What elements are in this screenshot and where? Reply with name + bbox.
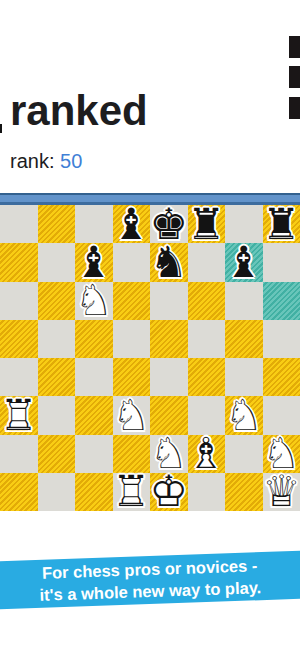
rank-line: rank: 50 <box>10 150 82 173</box>
square-r1c3[interactable] <box>113 243 151 281</box>
square-r5c0[interactable]: ♜♖ <box>0 396 38 434</box>
square-r1c4[interactable]: ♞ <box>150 243 188 281</box>
square-r3c4[interactable] <box>150 320 188 358</box>
square-r7c1[interactable] <box>38 473 76 511</box>
chess-board[interactable]: ♝♚♜♜♝♞♝♞♘♜♖♞♘♞♘♞♘♝♗♞♘♜♖♚♔♛♕ <box>0 205 300 511</box>
square-r1c5[interactable] <box>188 243 226 281</box>
next-screenshot-edge-bar <box>289 97 300 119</box>
page-title: ranked <box>10 88 148 134</box>
white-bishop-outline-glyph: ♗ <box>188 435 225 473</box>
square-r3c1[interactable] <box>38 320 76 358</box>
square-r0c0[interactable] <box>0 205 38 243</box>
white-rook[interactable]: ♜♖ <box>0 396 37 434</box>
square-r7c3[interactable]: ♜♖ <box>113 473 151 511</box>
square-r6c0[interactable] <box>0 435 38 473</box>
white-knight-outline-glyph: ♘ <box>113 396 150 434</box>
white-queen[interactable]: ♛♕ <box>263 473 300 511</box>
black-bishop-glyph: ♝ <box>113 205 150 243</box>
square-r2c7-highlight[interactable] <box>263 282 301 320</box>
black-rook-glyph: ♜ <box>188 205 225 243</box>
square-r2c2[interactable]: ♞♘ <box>75 282 113 320</box>
square-r5c2[interactable] <box>75 396 113 434</box>
black-knight-glyph: ♞ <box>150 243 187 281</box>
square-r2c5[interactable] <box>188 282 226 320</box>
next-screenshot-edge-bar <box>289 36 300 58</box>
black-knight[interactable]: ♞ <box>150 243 187 281</box>
square-r7c7[interactable]: ♛♕ <box>263 473 301 511</box>
black-bishop[interactable]: ♝ <box>225 243 262 281</box>
square-r7c4[interactable]: ♚♔ <box>150 473 188 511</box>
square-r0c7[interactable]: ♜ <box>263 205 301 243</box>
black-bishop[interactable]: ♝ <box>113 205 150 243</box>
square-r6c5[interactable]: ♝♗ <box>188 435 226 473</box>
square-r4c4[interactable] <box>150 358 188 396</box>
white-rook[interactable]: ♜♖ <box>113 473 150 511</box>
square-r0c3[interactable]: ♝ <box>113 205 151 243</box>
white-rook-outline-glyph: ♖ <box>0 396 37 434</box>
white-king-outline-glyph: ♔ <box>150 473 187 511</box>
square-r2c1[interactable] <box>38 282 76 320</box>
square-r1c0[interactable] <box>0 243 38 281</box>
square-r6c2[interactable] <box>75 435 113 473</box>
black-rook[interactable]: ♜ <box>188 205 225 243</box>
square-r7c2[interactable] <box>75 473 113 511</box>
rank-label: rank: <box>10 150 54 172</box>
square-r2c3[interactable] <box>113 282 151 320</box>
square-r4c7[interactable] <box>263 358 301 396</box>
white-knight-outline-glyph: ♘ <box>75 282 112 320</box>
square-r1c1[interactable] <box>38 243 76 281</box>
square-r4c5[interactable] <box>188 358 226 396</box>
white-king[interactable]: ♚♔ <box>150 473 187 511</box>
white-knight[interactable]: ♞♘ <box>225 396 262 434</box>
square-r3c3[interactable] <box>113 320 151 358</box>
white-knight[interactable]: ♞♘ <box>113 396 150 434</box>
square-r4c1[interactable] <box>38 358 76 396</box>
square-r5c3[interactable]: ♞♘ <box>113 396 151 434</box>
square-r3c2[interactable] <box>75 320 113 358</box>
white-knight[interactable]: ♞♘ <box>75 282 112 320</box>
square-r4c2[interactable] <box>75 358 113 396</box>
prev-screenshot-edge-bar <box>0 124 2 133</box>
marketing-banner: For chess pros or novices - it's a whole… <box>0 551 300 610</box>
square-r1c7[interactable] <box>263 243 301 281</box>
square-r7c0[interactable] <box>0 473 38 511</box>
square-r2c6[interactable] <box>225 282 263 320</box>
square-r2c0[interactable] <box>0 282 38 320</box>
square-r7c5[interactable] <box>188 473 226 511</box>
app-store-screenshot: ranked rank: 50 ♝♚♜♜♝♞♝♞♘♜♖♞♘♞♘♞♘♝♗♞♘♜♖♚… <box>0 0 300 650</box>
white-bishop[interactable]: ♝♗ <box>188 435 225 473</box>
square-r2c4[interactable] <box>150 282 188 320</box>
square-r0c1[interactable] <box>38 205 76 243</box>
square-r5c1[interactable] <box>38 396 76 434</box>
white-queen-outline-glyph: ♕ <box>263 473 300 511</box>
black-bishop-glyph: ♝ <box>225 243 262 281</box>
square-r3c7[interactable] <box>263 320 301 358</box>
square-r5c6[interactable]: ♞♘ <box>225 396 263 434</box>
black-rook[interactable]: ♜ <box>263 205 300 243</box>
white-rook-outline-glyph: ♖ <box>113 473 150 511</box>
square-r6c6[interactable] <box>225 435 263 473</box>
next-screenshot-edge-bar <box>289 66 300 88</box>
square-r6c1[interactable] <box>38 435 76 473</box>
square-r3c6[interactable] <box>225 320 263 358</box>
rank-value: 50 <box>60 150 82 172</box>
square-r0c5[interactable]: ♜ <box>188 205 226 243</box>
white-knight-outline-glyph: ♘ <box>225 396 262 434</box>
square-r3c5[interactable] <box>188 320 226 358</box>
black-rook-glyph: ♜ <box>263 205 300 243</box>
square-r1c6-highlight[interactable]: ♝ <box>225 243 263 281</box>
square-r7c6[interactable] <box>225 473 263 511</box>
square-r3c0[interactable] <box>0 320 38 358</box>
